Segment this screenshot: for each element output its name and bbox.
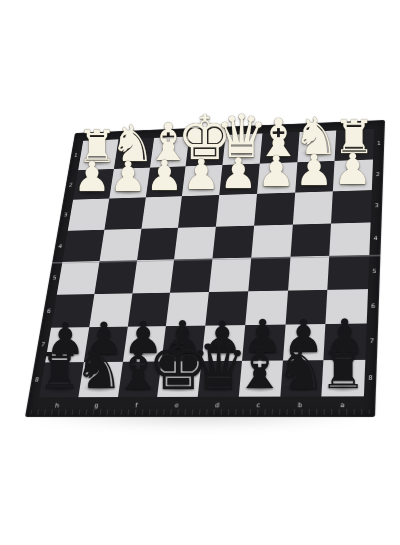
pieces-layer: ♜♞♝♚♛♝♞♜♟♟♟♟♟♟♟♟♟♟♟♟♟♟♟♟♜♞♝♚♛♝♞♜ bbox=[0, 0, 400, 545]
piece-white-pawn-d2[interactable]: ♟ bbox=[220, 152, 258, 194]
piece-white-pawn-f2[interactable]: ♟ bbox=[146, 155, 183, 197]
piece-white-pawn-e2[interactable]: ♟ bbox=[182, 154, 220, 196]
piece-black-rook-a8[interactable]: ♜ bbox=[320, 345, 366, 397]
chess-set-product-photo: hgfedcba1234567812345678 ♜♞♝♚♛♝♞♜♟♟♟♟♟♟♟… bbox=[0, 0, 400, 545]
piece-white-pawn-g2[interactable]: ♟ bbox=[109, 157, 146, 199]
piece-white-pawn-a2[interactable]: ♟ bbox=[333, 148, 371, 191]
piece-white-pawn-b2[interactable]: ♟ bbox=[295, 149, 333, 192]
piece-white-pawn-c2[interactable]: ♟ bbox=[257, 151, 295, 193]
piece-white-pawn-h2[interactable]: ♟ bbox=[73, 158, 110, 199]
